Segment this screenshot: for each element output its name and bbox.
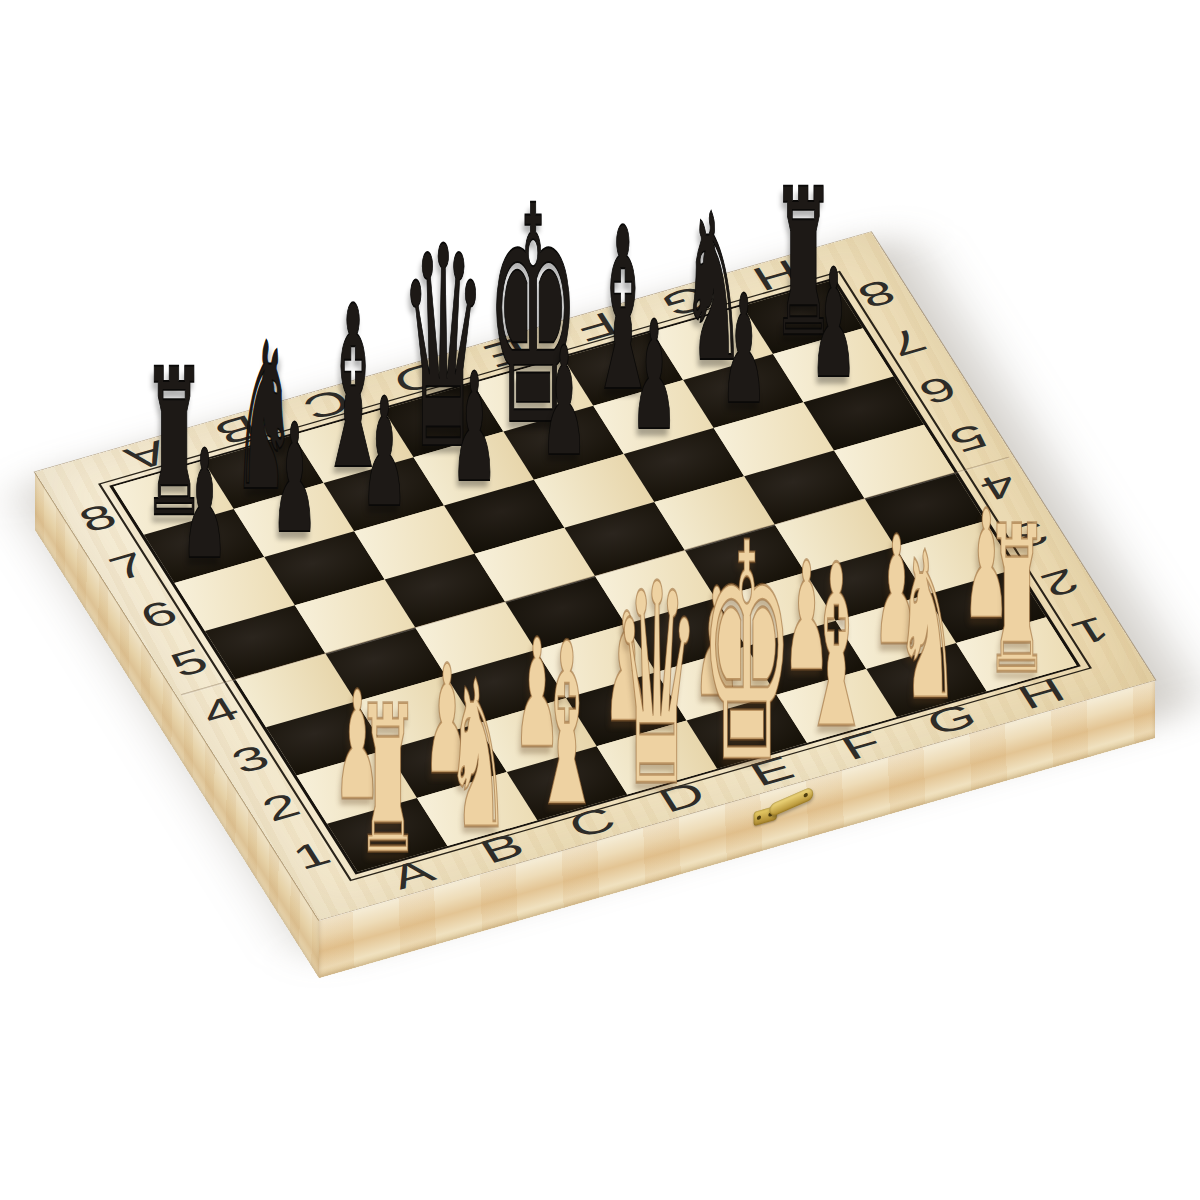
- chess-board: 8877665544332211AABBCCDDEEFFGGHH ♜♞♝♛♚♝♞…: [35, 232, 1155, 920]
- piece-white-king-e1: ♚: [695, 503, 799, 803]
- piece-white-bishop-c1: ♝: [528, 613, 606, 837]
- chess-set-photo: 8877665544332211AABBCCDDEEFFGGHH ♜♞♝♛♚♝♞…: [0, 0, 1200, 1200]
- piece-white-rook-a1: ♜: [352, 680, 423, 883]
- piece-black-pawn-c7: ♟: [358, 380, 410, 530]
- piece-white-knight-g1: ♞: [891, 526, 962, 729]
- piece-white-bishop-f1: ♝: [798, 535, 876, 759]
- piece-black-pawn-e7: ♟: [537, 329, 589, 479]
- pieces-layer: ♜♞♝♛♚♝♞♜♟♟♟♟♟♟♟♟♟♟♟♟♟♟♟♟♜♞♝♛♚♝♞♜: [35, 232, 871, 472]
- piece-black-pawn-h7: ♟: [807, 251, 859, 401]
- piece-white-queen-d1: ♛: [609, 547, 705, 824]
- piece-black-pawn-g7: ♟: [717, 277, 769, 427]
- piece-black-pawn-d7: ♟: [448, 354, 500, 504]
- piece-black-pawn-b7: ♟: [268, 406, 320, 556]
- piece-black-pawn-f7: ♟: [627, 303, 679, 453]
- piece-white-rook-h1: ♜: [981, 500, 1052, 703]
- piece-white-knight-b1: ♞: [442, 655, 513, 858]
- clasp-screw: [803, 792, 808, 798]
- piece-black-pawn-a7: ♟: [178, 432, 230, 582]
